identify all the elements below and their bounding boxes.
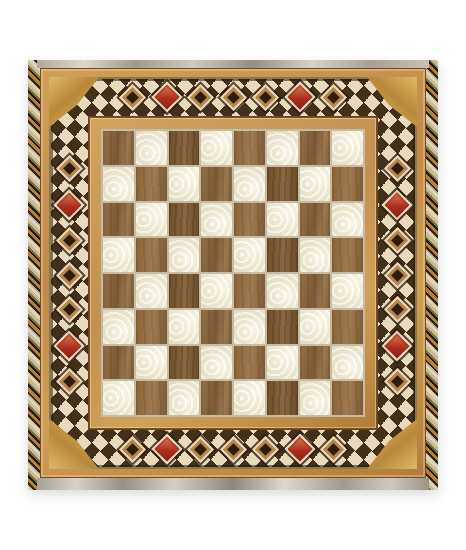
square-c4[interactable]: [169, 274, 200, 308]
mosaic-diamond-inlay: [56, 368, 83, 395]
square-f5[interactable]: [267, 238, 298, 272]
square-b2[interactable]: [136, 346, 167, 380]
square-a4[interactable]: [103, 274, 134, 308]
square-d4[interactable]: [201, 274, 232, 308]
mosaic-diamond-inlay: [384, 368, 411, 395]
square-d2[interactable]: [201, 346, 232, 380]
square-h7[interactable]: [332, 167, 363, 201]
square-c7[interactable]: [169, 167, 200, 201]
mosaic-diamond-inlay: [187, 84, 214, 111]
square-c1[interactable]: [169, 381, 200, 415]
square-g4[interactable]: [300, 274, 331, 308]
mosaic-diamond-inlay: [384, 155, 411, 182]
mosaic-motif-column-right: [377, 159, 417, 391]
square-h8[interactable]: [332, 131, 363, 165]
mosaic-motif-row-bottom: [123, 429, 343, 469]
square-b3[interactable]: [136, 310, 167, 344]
mosaic-diamond-inlay: [252, 436, 279, 463]
square-e7[interactable]: [234, 167, 265, 201]
square-f3[interactable]: [267, 310, 298, 344]
square-c3[interactable]: [169, 310, 200, 344]
square-a6[interactable]: [103, 203, 134, 237]
square-a1[interactable]: [103, 381, 134, 415]
square-b4[interactable]: [136, 274, 167, 308]
square-f6[interactable]: [267, 203, 298, 237]
square-f7[interactable]: [267, 167, 298, 201]
square-e5[interactable]: [234, 238, 265, 272]
board-field: [101, 129, 365, 417]
mosaic-diamond-inlay: [56, 296, 83, 323]
square-a7[interactable]: [103, 167, 134, 201]
mosaic-diamond-inlay: [384, 227, 411, 254]
square-b5[interactable]: [136, 238, 167, 272]
square-h2[interactable]: [332, 346, 363, 380]
square-a3[interactable]: [103, 310, 134, 344]
red-diamond-inlay: [381, 189, 412, 220]
mosaic-diamond-inlay: [56, 227, 83, 254]
red-diamond-inlay: [53, 189, 84, 220]
square-c5[interactable]: [169, 238, 200, 272]
square-e6[interactable]: [234, 203, 265, 237]
mosaic-diamond-inlay: [220, 84, 247, 111]
mosaic-diamond-inlay: [320, 84, 347, 111]
square-f8[interactable]: [267, 131, 298, 165]
mosaic-diamond-inlay: [56, 262, 83, 289]
pearl-edge-bottom: [37, 478, 429, 490]
mosaic-diamond-inlay: [384, 262, 411, 289]
square-e4[interactable]: [234, 274, 265, 308]
square-h5[interactable]: [332, 238, 363, 272]
square-a2[interactable]: [103, 346, 134, 380]
square-d7[interactable]: [201, 167, 232, 201]
square-a5[interactable]: [103, 238, 134, 272]
square-e8[interactable]: [234, 131, 265, 165]
square-b8[interactable]: [136, 131, 167, 165]
red-diamond-inlay: [284, 81, 315, 112]
mosaic-motif-row-top: [123, 77, 343, 117]
square-d6[interactable]: [201, 203, 232, 237]
square-b7[interactable]: [136, 167, 167, 201]
square-d5[interactable]: [201, 238, 232, 272]
square-g1[interactable]: [300, 381, 331, 415]
mosaic-motif-column-left: [49, 159, 89, 391]
square-f2[interactable]: [267, 346, 298, 380]
square-d1[interactable]: [201, 381, 232, 415]
square-c6[interactable]: [169, 203, 200, 237]
square-e2[interactable]: [234, 346, 265, 380]
mosaic-diamond-inlay: [119, 84, 146, 111]
red-diamond-inlay: [381, 330, 412, 361]
square-f1[interactable]: [267, 381, 298, 415]
square-d3[interactable]: [201, 310, 232, 344]
square-c8[interactable]: [169, 131, 200, 165]
red-diamond-inlay: [284, 433, 315, 464]
square-b6[interactable]: [136, 203, 167, 237]
square-e1[interactable]: [234, 381, 265, 415]
square-b1[interactable]: [136, 381, 167, 415]
red-diamond-inlay: [53, 330, 84, 361]
square-d8[interactable]: [201, 131, 232, 165]
photo-background: [0, 0, 466, 550]
square-g5[interactable]: [300, 238, 331, 272]
square-h3[interactable]: [332, 310, 363, 344]
chess-board: [28, 60, 438, 490]
square-a8[interactable]: [103, 131, 134, 165]
square-e3[interactable]: [234, 310, 265, 344]
red-diamond-inlay: [151, 81, 182, 112]
square-g8[interactable]: [300, 131, 331, 165]
square-f4[interactable]: [267, 274, 298, 308]
mosaic-diamond-inlay: [119, 436, 146, 463]
mosaic-diamond-inlay: [320, 436, 347, 463]
square-g2[interactable]: [300, 346, 331, 380]
mosaic-diamond-inlay: [187, 436, 214, 463]
red-diamond-inlay: [151, 433, 182, 464]
mosaic-diamond-inlay: [384, 296, 411, 323]
square-h1[interactable]: [332, 381, 363, 415]
square-h6[interactable]: [332, 203, 363, 237]
pearl-edge-top: [37, 60, 429, 68]
square-g6[interactable]: [300, 203, 331, 237]
square-c2[interactable]: [169, 346, 200, 380]
mosaic-diamond-inlay: [56, 155, 83, 182]
square-g7[interactable]: [300, 167, 331, 201]
square-g3[interactable]: [300, 310, 331, 344]
mosaic-diamond-inlay: [220, 436, 247, 463]
mosaic-diamond-inlay: [252, 84, 279, 111]
square-h4[interactable]: [332, 274, 363, 308]
